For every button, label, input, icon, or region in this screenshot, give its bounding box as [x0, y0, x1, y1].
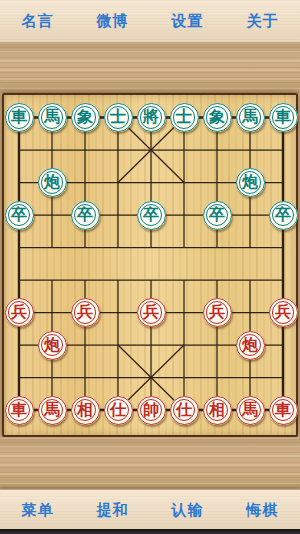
- piece-black-soldier[interactable]: 卒: [137, 201, 166, 230]
- piece-black-advisor[interactable]: 士: [170, 103, 199, 132]
- screen-bottom-edge: [0, 529, 300, 534]
- piece-glyph: 馬: [44, 402, 60, 418]
- wood-frame-top: [0, 42, 300, 93]
- piece-glyph: 兵: [143, 304, 159, 320]
- board-point: 兵: [135, 296, 168, 329]
- piece-black-soldier[interactable]: 卒: [71, 201, 100, 230]
- board-point: 兵: [201, 296, 234, 329]
- piece-red-general[interactable]: 帥: [137, 396, 166, 425]
- board-point: 炮: [234, 166, 267, 199]
- piece-glyph: 卒: [77, 207, 93, 223]
- piece-red-soldier[interactable]: 兵: [5, 298, 34, 327]
- piece-red-horse[interactable]: 馬: [38, 396, 67, 425]
- piece-black-soldier[interactable]: 卒: [269, 201, 298, 230]
- piece-glyph: 士: [110, 109, 126, 125]
- piece-glyph: 兵: [77, 304, 93, 320]
- board-point: 炮: [36, 166, 69, 199]
- board-point: 士: [102, 101, 135, 134]
- piece-red-cannon[interactable]: 炮: [38, 331, 67, 360]
- board-point: 馬: [36, 394, 69, 427]
- piece-glyph: 炮: [44, 174, 60, 190]
- piece-glyph: 將: [143, 109, 159, 125]
- piece-black-cannon[interactable]: 炮: [38, 168, 67, 197]
- piece-black-horse[interactable]: 馬: [236, 103, 265, 132]
- piece-red-soldier[interactable]: 兵: [71, 298, 100, 327]
- board-point: 馬: [36, 101, 69, 134]
- pieces-layer: 車馬象士將士象馬車炮炮卒卒卒卒卒兵兵兵兵兵炮炮車馬相仕帥仕相馬車: [3, 101, 300, 426]
- board-point: 卒: [69, 199, 102, 232]
- piece-black-elephant[interactable]: 象: [203, 103, 232, 132]
- piece-black-soldier[interactable]: 卒: [203, 201, 232, 230]
- piece-red-horse[interactable]: 馬: [236, 396, 265, 425]
- board-point: 車: [3, 101, 36, 134]
- piece-black-cannon[interactable]: 炮: [236, 168, 265, 197]
- piece-black-chariot[interactable]: 車: [5, 103, 34, 132]
- board-point: 炮: [36, 329, 69, 362]
- bottom-bar-button-resign[interactable]: 认输: [168, 499, 208, 522]
- board-point: 兵: [69, 296, 102, 329]
- board-point: 士: [168, 101, 201, 134]
- piece-glyph: 兵: [11, 304, 27, 320]
- piece-red-chariot[interactable]: 車: [5, 396, 34, 425]
- top-bar-button-weibo[interactable]: 微博: [93, 10, 133, 33]
- board-point: 象: [69, 101, 102, 134]
- piece-red-soldier[interactable]: 兵: [137, 298, 166, 327]
- piece-red-elephant[interactable]: 相: [71, 396, 100, 425]
- board-point: 象: [201, 101, 234, 134]
- board-point: 馬: [234, 394, 267, 427]
- top-bar-button-settings[interactable]: 设置: [168, 10, 208, 33]
- board-point: 炮: [234, 329, 267, 362]
- piece-red-soldier[interactable]: 兵: [269, 298, 298, 327]
- piece-glyph: 馬: [44, 109, 60, 125]
- piece-red-advisor[interactable]: 仕: [170, 396, 199, 425]
- board-point: 卒: [267, 199, 300, 232]
- piece-red-soldier[interactable]: 兵: [203, 298, 232, 327]
- piece-glyph: 卒: [143, 207, 159, 223]
- board-point: 兵: [3, 296, 36, 329]
- board-point: 相: [69, 394, 102, 427]
- piece-red-advisor[interactable]: 仕: [104, 396, 133, 425]
- piece-glyph: 馬: [242, 402, 258, 418]
- piece-glyph: 象: [209, 109, 225, 125]
- board-point: 卒: [3, 199, 36, 232]
- piece-glyph: 仕: [176, 402, 192, 418]
- piece-red-elephant[interactable]: 相: [203, 396, 232, 425]
- board-point: 仕: [102, 394, 135, 427]
- piece-black-chariot[interactable]: 車: [269, 103, 298, 132]
- piece-black-soldier[interactable]: 卒: [5, 201, 34, 230]
- top-bar-button-quotes[interactable]: 名言: [18, 10, 58, 33]
- board-point: 卒: [135, 199, 168, 232]
- piece-glyph: 帥: [143, 402, 159, 418]
- xiangqi-app-screen: 名言 微博 设置 关于 車馬象士將士象馬車炮炮卒卒卒卒卒兵兵兵兵兵炮炮車馬相仕帥…: [0, 0, 300, 534]
- piece-black-general[interactable]: 將: [137, 103, 166, 132]
- bottom-bar-button-undo-move[interactable]: 悔棋: [243, 499, 283, 522]
- bottom-toolbar: 菜单 提和 认输 悔棋: [0, 489, 300, 530]
- piece-glyph: 車: [11, 402, 27, 418]
- bottom-bar-button-offer-draw[interactable]: 提和: [93, 499, 133, 522]
- xiangqi-board[interactable]: 車馬象士將士象馬車炮炮卒卒卒卒卒兵兵兵兵兵炮炮車馬相仕帥仕相馬車: [2, 93, 298, 437]
- piece-glyph: 卒: [275, 207, 291, 223]
- top-toolbar: 名言 微博 设置 关于: [0, 0, 300, 43]
- piece-black-horse[interactable]: 馬: [38, 103, 67, 132]
- piece-glyph: 車: [11, 109, 27, 125]
- piece-glyph: 卒: [209, 207, 225, 223]
- piece-glyph: 炮: [242, 337, 258, 353]
- piece-glyph: 炮: [44, 337, 60, 353]
- piece-glyph: 相: [209, 402, 225, 418]
- board-point: 帥: [135, 394, 168, 427]
- piece-glyph: 卒: [11, 207, 27, 223]
- board-point: 車: [267, 394, 300, 427]
- piece-glyph: 車: [275, 109, 291, 125]
- piece-glyph: 士: [176, 109, 192, 125]
- board-point: 兵: [267, 296, 300, 329]
- piece-red-cannon[interactable]: 炮: [236, 331, 265, 360]
- board-point: 車: [3, 394, 36, 427]
- piece-black-advisor[interactable]: 士: [104, 103, 133, 132]
- piece-glyph: 炮: [242, 174, 258, 190]
- piece-glyph: 相: [77, 402, 93, 418]
- top-bar-button-about[interactable]: 关于: [243, 10, 283, 33]
- board-point: 馬: [234, 101, 267, 134]
- bottom-bar-button-menu[interactable]: 菜单: [18, 499, 58, 522]
- piece-glyph: 象: [77, 109, 93, 125]
- board-point: 車: [267, 101, 300, 134]
- piece-glyph: 馬: [242, 109, 258, 125]
- wood-frame-bottom: [0, 437, 300, 489]
- board-point: 將: [135, 101, 168, 134]
- board-point: 仕: [168, 394, 201, 427]
- piece-red-chariot[interactable]: 車: [269, 396, 298, 425]
- piece-glyph: 兵: [209, 304, 225, 320]
- piece-black-elephant[interactable]: 象: [71, 103, 100, 132]
- piece-glyph: 仕: [110, 402, 126, 418]
- piece-glyph: 車: [275, 402, 291, 418]
- board-point: 相: [201, 394, 234, 427]
- piece-glyph: 兵: [275, 304, 291, 320]
- board-point: 卒: [201, 199, 234, 232]
